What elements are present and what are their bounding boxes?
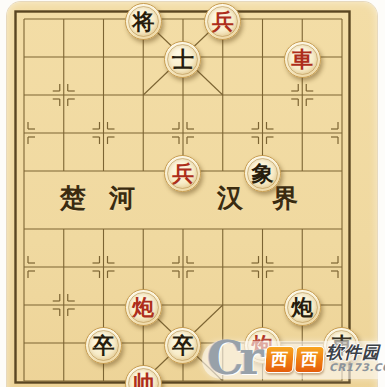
piece-red-chariot[interactable]: 車 <box>284 41 321 78</box>
board-point-4-1: 士 <box>163 40 203 78</box>
xiangqi-board[interactable]: 将兵士車兵象炮炮卒卒炮車帅 <box>4 2 362 387</box>
piece-black-general[interactable]: 将 <box>125 3 162 40</box>
piece-black-soldier[interactable]: 卒 <box>85 327 122 364</box>
board-point-6-8: 炮 <box>243 326 283 364</box>
board-point-2-8: 卒 <box>84 326 124 364</box>
board-point-3-9: 帅 <box>123 364 163 387</box>
board-point-3-7: 炮 <box>123 288 163 326</box>
piece-black-advisor[interactable]: 士 <box>164 41 201 78</box>
board-point-7-1: 車 <box>282 40 322 78</box>
piece-red-cannon[interactable]: 炮 <box>244 327 281 364</box>
screenshot-root: 楚 河 汉 界 将兵士車兵象炮炮卒卒炮車帅 Cr 西 西 软件园 CR173.C… <box>0 0 385 387</box>
board-point-7-7: 炮 <box>282 288 322 326</box>
piece-red-cannon[interactable]: 炮 <box>125 289 162 326</box>
piece-black-cannon[interactable]: 炮 <box>284 289 321 326</box>
piece-red-soldier[interactable]: 兵 <box>164 155 201 192</box>
xiangqi-board-panel: 楚 河 汉 界 将兵士車兵象炮炮卒卒炮車帅 <box>7 2 377 387</box>
piece-red-general[interactable]: 帅 <box>125 365 162 387</box>
board-point-8-8: 車 <box>322 326 362 364</box>
piece-black-soldier[interactable]: 卒 <box>164 327 201 364</box>
board-point-3-0: 将 <box>123 2 163 40</box>
piece-black-chariot[interactable]: 車 <box>323 327 360 364</box>
board-point-4-8: 卒 <box>163 326 203 364</box>
piece-black-elephant[interactable]: 象 <box>244 155 281 192</box>
board-point-5-0: 兵 <box>203 2 243 40</box>
board-point-6-4: 象 <box>243 154 283 192</box>
piece-red-soldier[interactable]: 兵 <box>204 3 241 40</box>
board-point-4-4: 兵 <box>163 154 203 192</box>
